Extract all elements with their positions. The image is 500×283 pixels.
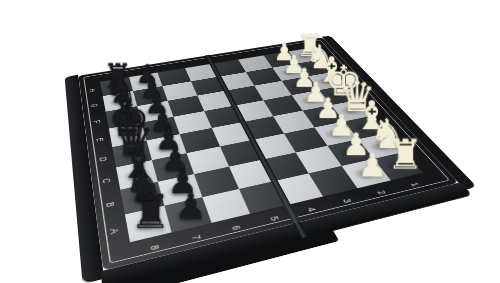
file-label-g: G xyxy=(78,100,111,112)
black-pawn-glyph: ♟ xyxy=(175,191,207,225)
white-rook-glyph: ♜ xyxy=(387,136,424,175)
white-pawn-glyph: ♟ xyxy=(358,151,387,182)
piece-black-rook-a8: ♜ xyxy=(125,206,172,242)
file-label-h: H xyxy=(76,85,107,96)
black-rook-glyph: ♜ xyxy=(130,190,172,234)
chess-board: ABCDEFGH 87654321 ♜♟♟♜♞♟♟♞♝♟♟♝♚♟♟♚♛♟♟♛♝♟… xyxy=(78,38,458,271)
board-scene: ABCDEFGH 87654321 ♜♟♟♜♞♟♟♞♝♟♟♝♚♟♟♚♛♟♟♛♝♟… xyxy=(93,0,393,272)
product-photo: ABCDEFGH 87654321 ♜♟♟♜♞♟♟♞♝♟♟♝♚♟♟♚♛♟♟♛♝♟… xyxy=(0,0,500,283)
